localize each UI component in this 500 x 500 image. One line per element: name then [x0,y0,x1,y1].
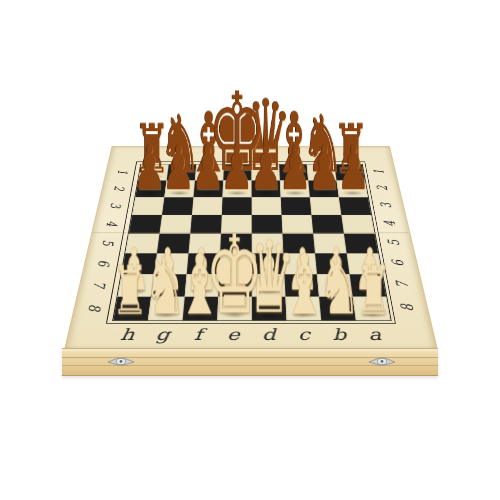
file-label-e: e [215,320,251,350]
square-c1: ♝ [279,164,308,180]
product-photo: hgfedcba hgfedcba 12345678 12345678 ♜♞♝♚… [0,0,500,500]
file-label-b: b [320,320,359,350]
piece-shadow [256,311,282,318]
file-labels-near: hgfedcba [107,320,395,350]
piece-shadow [198,174,220,179]
file-label-g: g [143,320,182,350]
square-h2: ♟ [135,180,166,197]
square-a4 [341,215,374,234]
file-label-a: a [355,320,395,350]
file-label-far-b: b [304,146,333,164]
square-b4 [311,215,343,234]
square-d3 [252,197,282,215]
rank-label-8: 8 [388,294,428,322]
square-c2: ♟ [280,180,310,197]
piece-shadow [339,174,361,179]
clasp-left [106,353,136,370]
square-d6 [252,253,285,274]
file-label-far-d: d [251,146,279,164]
square-h1: ♜ [138,164,168,180]
piece-shadow [341,191,364,196]
piece-shadow [311,174,333,179]
square-e7: ♟ [218,274,252,296]
piece-shadow [168,191,191,196]
square-b5 [313,234,346,254]
square-g2: ♟ [164,180,195,197]
square-b1: ♞ [307,164,337,180]
square-h6 [122,253,157,274]
file-label-far-a: a [331,146,361,164]
square-f7: ♟ [185,274,220,296]
piece-shadow [355,288,381,295]
piece-shadow [256,288,282,295]
square-g6 [154,253,188,274]
square-d1: ♛ [252,164,280,180]
square-c5 [282,234,315,254]
file-label-far-e: e [223,146,251,164]
square-a8: ♜ [353,297,391,321]
square-e6 [219,253,252,274]
square-g8: ♞ [148,297,185,321]
square-c4 [282,215,314,234]
piece-shadow [139,191,162,196]
clasp-right [367,353,397,370]
piece-shadow [283,174,305,179]
piece-shadow [122,288,148,295]
piece-shadow [142,174,164,179]
square-a6 [347,253,382,274]
square-g3 [162,197,193,215]
box-front-edge [62,348,438,376]
square-a2: ♟ [337,180,368,197]
file-label-d: d [251,320,287,350]
square-f2: ♟ [193,180,223,197]
piece-shadow [284,191,306,196]
square-c3 [281,197,312,215]
file-label-far-c: c [278,146,306,164]
square-h4 [129,215,162,234]
square-a5 [344,234,378,254]
file-label-far-g: g [168,146,197,164]
latch-icon [367,353,397,370]
piece-shadow [170,174,192,179]
square-c7: ♟ [284,274,319,296]
square-b8: ♞ [319,297,356,321]
piece-shadow [359,311,386,318]
file-label-far-f: f [196,146,224,164]
chess-board: hgfedcba hgfedcba 12345678 12345678 ♜♞♝♚… [64,146,438,350]
latch-icon [106,353,136,370]
piece-shadow [152,311,179,318]
square-f4 [190,215,222,234]
square-f3 [192,197,223,215]
file-label-far-h: h [140,146,170,164]
piece-shadow [255,191,277,196]
square-d7: ♟ [252,274,286,296]
square-d5 [252,234,284,254]
piece-shadow [222,288,247,295]
square-e4 [221,215,252,234]
piece-shadow [197,191,219,196]
square-h3 [132,197,164,215]
square-e8: ♚ [217,297,252,321]
piece-shadow [155,288,181,295]
piece-shadow [290,311,317,318]
piece-shadow [324,311,351,318]
board-scene: hgfedcba hgfedcba 12345678 12345678 ♜♞♝♚… [64,0,436,348]
piece-shadow [187,311,214,318]
piece-shadow [227,174,249,179]
square-a3 [339,197,371,215]
square-b3 [310,197,342,215]
square-h7: ♟ [118,274,155,296]
file-label-f: f [179,320,216,350]
square-b6 [315,253,350,274]
square-b7: ♟ [317,274,353,296]
piece-shadow [255,174,277,179]
square-f6 [187,253,220,274]
file-label-c: c [286,320,323,350]
piece-shadow [322,288,348,295]
square-h8: ♜ [113,297,151,321]
square-g1: ♞ [167,164,197,180]
square-f8: ♝ [183,297,219,321]
square-d8: ♛ [252,297,287,321]
square-a1: ♜ [334,164,365,180]
square-e5 [220,234,252,254]
square-e2: ♟ [223,180,252,197]
piece-shadow [118,311,145,318]
square-f1: ♝ [195,164,224,180]
piece-shadow [313,191,336,196]
square-e1: ♚ [223,164,251,180]
square-d2: ♟ [252,180,281,197]
square-e3 [222,197,252,215]
file-labels-far: hgfedcba [140,146,361,164]
piece-shadow [226,191,248,196]
piece-shadow [289,288,315,295]
square-c6 [283,253,317,274]
square-a7: ♟ [350,274,387,296]
square-b2: ♟ [308,180,339,197]
square-f5 [189,234,221,254]
square-g5 [157,234,190,254]
square-g4 [160,215,192,234]
square-c8: ♝ [285,297,321,321]
rank-label-8: 8 [74,294,114,322]
piece-shadow [189,288,215,295]
square-g7: ♟ [151,274,187,296]
file-label-h: h [107,320,147,350]
piece-shadow [221,311,247,318]
playing-area: ♜♞♝♚♛♝♞♜♟♟♟♟♟♟♟♟♟♟♟♟♟♟♟♟♜♞♝♚♛♝♞♜ [112,164,391,321]
square-h5 [125,234,159,254]
square-d4 [252,215,283,234]
